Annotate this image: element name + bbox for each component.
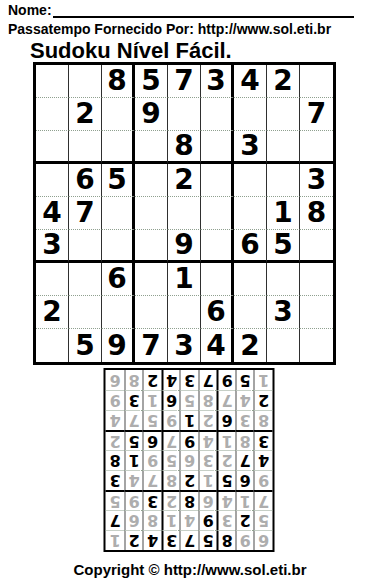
worksheet-page: Nome: Passatempo Fornecido Por: http://w…	[0, 0, 380, 585]
puzzle-cell-r7c2[interactable]	[69, 263, 102, 296]
solution-cell-r5c4: 3	[199, 450, 218, 470]
puzzle-cell-r7c1[interactable]	[36, 263, 69, 296]
solution-cell-r8c4: 8	[199, 390, 218, 410]
solution-cell-r6c2: 8	[236, 430, 255, 450]
puzzle-cell-r2c1[interactable]	[36, 98, 69, 131]
solution-cell-r6c9: 2	[106, 430, 125, 450]
puzzle-cell-r1c7: 4	[234, 65, 267, 98]
puzzle-cell-r1c3: 8	[102, 65, 135, 98]
puzzle-cell-r1c2[interactable]	[69, 65, 102, 98]
puzzle-cell-r1c9[interactable]	[300, 65, 333, 98]
puzzle-cell-r7c6[interactable]	[201, 263, 234, 296]
solution-cell-r3c2: 1	[236, 490, 255, 510]
solution-cell-r9c8: 8	[125, 370, 144, 390]
puzzle-cell-r1c6: 3	[201, 65, 234, 98]
puzzle-cell-r2c2: 2	[69, 98, 102, 131]
puzzle-cell-r8c8: 3	[267, 296, 300, 329]
puzzle-cell-r3c5: 8	[168, 131, 201, 164]
solution-cell-r5c2: 7	[236, 450, 255, 470]
puzzle-cell-r9c2: 5	[69, 329, 102, 362]
puzzle-cell-r5c6[interactable]	[201, 197, 234, 230]
sudoku-solution-grid-rotated: 6985734215239418677146823959651287434723…	[104, 368, 275, 552]
solution-cell-r2c5: 4	[180, 510, 199, 530]
solution-cell-r4c2: 6	[236, 470, 255, 490]
puzzle-cell-r8c5[interactable]	[168, 296, 201, 329]
puzzle-cell-r2c6[interactable]	[201, 98, 234, 131]
solution-cell-r1c5: 7	[180, 530, 199, 550]
solution-cell-r5c7: 9	[143, 450, 162, 470]
puzzle-cell-r3c3[interactable]	[102, 131, 135, 164]
puzzle-cell-r6c2[interactable]	[69, 230, 102, 263]
solution-cell-r4c3: 5	[217, 470, 236, 490]
puzzle-cell-r4c1[interactable]	[36, 164, 69, 197]
solution-cell-r9c9: 6	[106, 370, 125, 390]
solution-cell-r1c9: 1	[106, 530, 125, 550]
solution-cell-r4c9: 3	[106, 470, 125, 490]
puzzle-cell-r4c7[interactable]	[234, 164, 267, 197]
solution-cell-r8c5: 5	[180, 390, 199, 410]
solution-cell-r9c1: 1	[254, 370, 273, 390]
puzzle-cell-r8c2[interactable]	[69, 296, 102, 329]
solution-cell-r1c1: 6	[254, 530, 273, 550]
puzzle-cell-r1c4: 5	[135, 65, 168, 98]
puzzle-cell-r5c9: 8	[300, 197, 333, 230]
name-row: Nome:	[8, 2, 354, 18]
puzzle-cell-r6c3[interactable]	[102, 230, 135, 263]
name-label: Nome:	[8, 2, 52, 18]
puzzle-cell-r5c2: 7	[69, 197, 102, 230]
solution-cell-r7c4: 2	[199, 410, 218, 430]
puzzle-cell-r2c3[interactable]	[102, 98, 135, 131]
solution-cell-r7c5: 1	[180, 410, 199, 430]
solution-cell-r2c2: 2	[236, 510, 255, 530]
solution-cell-r4c4: 1	[199, 470, 218, 490]
puzzle-cell-r7c3: 6	[102, 263, 135, 296]
puzzle-cell-r8c9[interactable]	[300, 296, 333, 329]
puzzle-cell-r9c7: 2	[234, 329, 267, 362]
solution-cell-r1c3: 8	[217, 530, 236, 550]
puzzle-cell-r7c9[interactable]	[300, 263, 333, 296]
solution-cell-r1c8: 2	[125, 530, 144, 550]
solution-cell-r9c3: 9	[217, 370, 236, 390]
solution-cell-r3c7: 3	[143, 490, 162, 510]
solution-cell-r4c6: 8	[162, 470, 181, 490]
solution-cell-r5c8: 1	[125, 450, 144, 470]
puzzle-cell-r7c7[interactable]	[234, 263, 267, 296]
solution-cell-r2c7: 8	[143, 510, 162, 530]
solution-cell-r8c1: 2	[254, 390, 273, 410]
solution-cell-r7c3: 6	[217, 410, 236, 430]
puzzle-cell-r2c4: 9	[135, 98, 168, 131]
solution-cell-r6c8: 5	[125, 430, 144, 450]
puzzle-cell-r3c4[interactable]	[135, 131, 168, 164]
solution-cell-r8c9: 9	[106, 390, 125, 410]
solution-cell-r7c6: 9	[162, 410, 181, 430]
solution-cell-r7c2: 3	[236, 410, 255, 430]
solution-cell-r6c5: 9	[180, 430, 199, 450]
puzzle-cell-r4c4[interactable]	[135, 164, 168, 197]
puzzle-cell-r3c8[interactable]	[267, 131, 300, 164]
puzzle-cell-r7c8[interactable]	[267, 263, 300, 296]
solution-cell-r7c7: 5	[143, 410, 162, 430]
puzzle-cell-r5c1: 4	[36, 197, 69, 230]
solution-cell-r5c6: 5	[162, 450, 181, 470]
puzzle-cell-r6c9[interactable]	[300, 230, 333, 263]
page-title: Sudoku Nível Fácil.	[30, 39, 232, 63]
puzzle-cell-r7c4[interactable]	[135, 263, 168, 296]
puzzle-cell-r2c7[interactable]	[234, 98, 267, 131]
solution-cell-r2c8: 6	[125, 510, 144, 530]
puzzle-cell-r5c5[interactable]	[168, 197, 201, 230]
puzzle-cell-r3c7: 3	[234, 131, 267, 164]
solution-cell-r2c9: 7	[106, 510, 125, 530]
puzzle-cell-r8c1: 2	[36, 296, 69, 329]
solution-cell-r6c6: 7	[162, 430, 181, 450]
puzzle-cell-r1c1[interactable]	[36, 65, 69, 98]
puzzle-cell-r5c3[interactable]	[102, 197, 135, 230]
puzzle-cell-r4c8[interactable]	[267, 164, 300, 197]
solution-cell-r6c3: 1	[217, 430, 236, 450]
puzzle-cell-r5c8: 1	[267, 197, 300, 230]
puzzle-cell-r4c5: 2	[168, 164, 201, 197]
puzzle-cell-r3c2[interactable]	[69, 131, 102, 164]
solution-cell-r8c7: 1	[143, 390, 162, 410]
solution-cell-r1c7: 4	[143, 530, 162, 550]
puzzle-cell-r8c7[interactable]	[234, 296, 267, 329]
solution-cell-r6c7: 6	[143, 430, 162, 450]
solution-cell-r8c2: 4	[236, 390, 255, 410]
solution-cell-r3c9: 5	[106, 490, 125, 510]
puzzle-cell-r1c5: 7	[168, 65, 201, 98]
solution-cell-r7c9: 4	[106, 410, 125, 430]
copyright-text: Copyright © http://www.sol.eti.br	[0, 561, 380, 578]
solution-cell-r4c7: 7	[143, 470, 162, 490]
solution-cell-r5c9: 8	[106, 450, 125, 470]
solution-cell-r9c6: 4	[162, 370, 181, 390]
puzzle-cell-r9c6: 4	[201, 329, 234, 362]
solution-cell-r3c8: 9	[125, 490, 144, 510]
puzzle-cell-r9c8[interactable]	[267, 329, 300, 362]
solution-cell-r1c2: 9	[236, 530, 255, 550]
solution-cell-r1c4: 5	[199, 530, 218, 550]
puzzle-cell-r2c8[interactable]	[267, 98, 300, 131]
puzzle-cell-r4c3: 5	[102, 164, 135, 197]
solution-cell-r4c1: 9	[254, 470, 273, 490]
puzzle-cell-r8c3[interactable]	[102, 296, 135, 329]
solution-cell-r3c6: 2	[162, 490, 181, 510]
puzzle-cell-r9c9[interactable]	[300, 329, 333, 362]
name-fill-line	[53, 2, 354, 18]
puzzle-cell-r7c5: 1	[168, 263, 201, 296]
provided-by-text: Passatempo Fornecido Por: http://www.sol…	[8, 21, 331, 37]
solution-cell-r7c1: 8	[254, 410, 273, 430]
solution-cell-r8c6: 6	[162, 390, 181, 410]
solution-cell-r8c8: 3	[125, 390, 144, 410]
puzzle-cell-r6c1: 3	[36, 230, 69, 263]
solution-cell-r9c2: 5	[236, 370, 255, 390]
puzzle-cell-r4c2: 6	[69, 164, 102, 197]
puzzle-cell-r9c3: 9	[102, 329, 135, 362]
puzzle-cell-r3c1[interactable]	[36, 131, 69, 164]
puzzle-cell-r8c4[interactable]	[135, 296, 168, 329]
puzzle-cell-r4c6[interactable]	[201, 164, 234, 197]
solution-cell-r3c5: 8	[180, 490, 199, 510]
puzzle-cell-r3c9[interactable]	[300, 131, 333, 164]
puzzle-cell-r4c9: 3	[300, 164, 333, 197]
solution-cell-r2c1: 5	[254, 510, 273, 530]
solution-cell-r9c7: 2	[143, 370, 162, 390]
solution-cell-r6c4: 4	[199, 430, 218, 450]
puzzle-cell-r3c6[interactable]	[201, 131, 234, 164]
solution-cell-r8c3: 7	[217, 390, 236, 410]
solution-cell-r9c4: 7	[199, 370, 218, 390]
solution-cell-r7c8: 7	[125, 410, 144, 430]
puzzle-cell-r8c6: 6	[201, 296, 234, 329]
puzzle-cell-r2c5[interactable]	[168, 98, 201, 131]
sudoku-puzzle-grid: 8573422978365234718396561263597342	[33, 62, 336, 365]
solution-cell-r6c1: 3	[254, 430, 273, 450]
solution-cell-r5c3: 2	[217, 450, 236, 470]
puzzle-cell-r6c6[interactable]	[201, 230, 234, 263]
puzzle-cell-r6c8: 5	[267, 230, 300, 263]
solution-cell-r1c6: 3	[162, 530, 181, 550]
solution-cell-r5c5: 6	[180, 450, 199, 470]
puzzle-cell-r6c5: 9	[168, 230, 201, 263]
puzzle-cell-r5c4[interactable]	[135, 197, 168, 230]
solution-cell-r2c3: 3	[217, 510, 236, 530]
puzzle-cell-r5c7[interactable]	[234, 197, 267, 230]
puzzle-cell-r9c5: 3	[168, 329, 201, 362]
solution-cell-r4c8: 4	[125, 470, 144, 490]
solution-cell-r3c1: 7	[254, 490, 273, 510]
solution-cell-r3c3: 4	[217, 490, 236, 510]
solution-cell-r2c4: 9	[199, 510, 218, 530]
solution-cell-r5c1: 4	[254, 450, 273, 470]
solution-cell-r4c5: 2	[180, 470, 199, 490]
puzzle-cell-r9c1[interactable]	[36, 329, 69, 362]
solution-cell-r3c4: 6	[199, 490, 218, 510]
puzzle-cell-r6c4[interactable]	[135, 230, 168, 263]
solution-cell-r2c6: 1	[162, 510, 181, 530]
puzzle-cell-r2c9: 7	[300, 98, 333, 131]
puzzle-cell-r6c7: 6	[234, 230, 267, 263]
solution-cell-r9c5: 3	[180, 370, 199, 390]
puzzle-cell-r1c8: 2	[267, 65, 300, 98]
puzzle-cell-r9c4: 7	[135, 329, 168, 362]
